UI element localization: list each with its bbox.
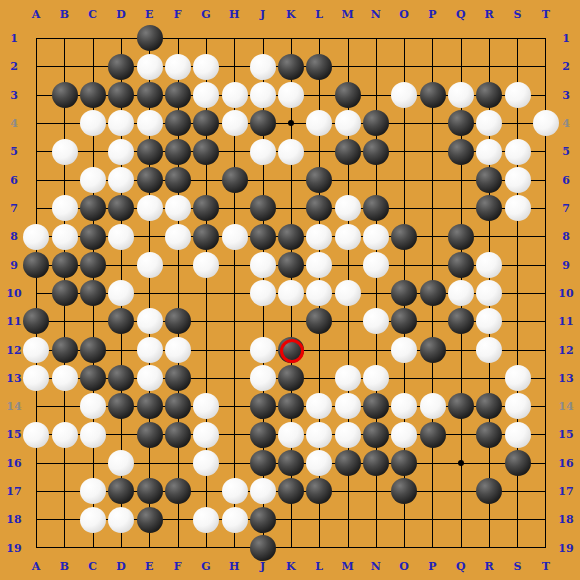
intersection-A16[interactable] [22, 449, 50, 477]
white-stone-R9[interactable] [476, 252, 502, 278]
black-stone-C10[interactable] [80, 280, 106, 306]
intersection-T17[interactable] [532, 477, 560, 505]
white-stone-C4[interactable] [80, 110, 106, 136]
intersection-T7[interactable] [532, 194, 560, 222]
black-stone-F5[interactable] [165, 139, 191, 165]
intersection-N8[interactable] [362, 223, 390, 251]
intersection-O9[interactable] [390, 251, 418, 279]
intersection-J1[interactable] [249, 24, 277, 52]
intersection-P2[interactable] [419, 53, 447, 81]
intersection-E6[interactable] [136, 166, 164, 194]
intersection-D19[interactable] [107, 534, 135, 562]
intersection-G10[interactable] [192, 279, 220, 307]
black-stone-K13[interactable] [278, 365, 304, 391]
intersection-O12[interactable] [390, 336, 418, 364]
intersection-T15[interactable] [532, 421, 560, 449]
black-stone-Q14[interactable] [448, 393, 474, 419]
intersection-O10[interactable] [390, 279, 418, 307]
white-stone-M10[interactable] [335, 280, 361, 306]
intersection-R14[interactable] [475, 392, 503, 420]
white-stone-L8[interactable] [306, 224, 332, 250]
intersection-A14[interactable] [22, 392, 50, 420]
intersection-C11[interactable] [79, 307, 107, 335]
black-stone-Q4[interactable] [448, 110, 474, 136]
black-stone-K2[interactable] [278, 54, 304, 80]
intersection-C4[interactable] [79, 109, 107, 137]
intersection-L10[interactable] [305, 279, 333, 307]
white-stone-C17[interactable] [80, 478, 106, 504]
intersection-R9[interactable] [475, 251, 503, 279]
intersection-T4[interactable] [532, 109, 560, 137]
intersection-F10[interactable] [164, 279, 192, 307]
intersection-P17[interactable] [419, 477, 447, 505]
intersection-S17[interactable] [504, 477, 532, 505]
black-stone-J19[interactable] [250, 535, 276, 561]
white-stone-B13[interactable] [52, 365, 78, 391]
white-stone-D4[interactable] [108, 110, 134, 136]
intersection-Q4[interactable] [447, 109, 475, 137]
intersection-Q17[interactable] [447, 477, 475, 505]
intersection-A1[interactable] [22, 24, 50, 52]
black-stone-C9[interactable] [80, 252, 106, 278]
intersection-N7[interactable] [362, 194, 390, 222]
intersection-J4[interactable] [249, 109, 277, 137]
intersection-R6[interactable] [475, 166, 503, 194]
intersection-A6[interactable] [22, 166, 50, 194]
black-stone-R15[interactable] [476, 422, 502, 448]
intersection-Q19[interactable] [447, 534, 475, 562]
intersection-P11[interactable] [419, 307, 447, 335]
intersection-M17[interactable] [334, 477, 362, 505]
intersection-C2[interactable] [79, 53, 107, 81]
white-stone-M4[interactable] [335, 110, 361, 136]
intersection-P18[interactable] [419, 506, 447, 534]
intersection-S10[interactable] [504, 279, 532, 307]
intersection-J16[interactable] [249, 449, 277, 477]
white-stone-O14[interactable] [391, 393, 417, 419]
white-stone-N9[interactable] [363, 252, 389, 278]
white-stone-M7[interactable] [335, 195, 361, 221]
white-stone-M13[interactable] [335, 365, 361, 391]
intersection-L11[interactable] [305, 307, 333, 335]
intersection-S4[interactable] [504, 109, 532, 137]
intersection-L12[interactable] [305, 336, 333, 364]
intersection-O13[interactable] [390, 364, 418, 392]
black-stone-L2[interactable] [306, 54, 332, 80]
black-stone-M16[interactable] [335, 450, 361, 476]
black-stone-R7[interactable] [476, 195, 502, 221]
intersection-K17[interactable] [277, 477, 305, 505]
intersection-J12[interactable] [249, 336, 277, 364]
intersection-Q14[interactable] [447, 392, 475, 420]
intersection-N14[interactable] [362, 392, 390, 420]
white-stone-E9[interactable] [137, 252, 163, 278]
black-stone-E17[interactable] [137, 478, 163, 504]
black-stone-G5[interactable] [193, 139, 219, 165]
intersection-O14[interactable] [390, 392, 418, 420]
intersection-B18[interactable] [51, 506, 79, 534]
white-stone-R5[interactable] [476, 139, 502, 165]
intersection-M16[interactable] [334, 449, 362, 477]
intersection-H19[interactable] [221, 534, 249, 562]
intersection-D5[interactable] [107, 138, 135, 166]
black-stone-F13[interactable] [165, 365, 191, 391]
white-stone-B8[interactable] [52, 224, 78, 250]
intersection-L4[interactable] [305, 109, 333, 137]
white-stone-D8[interactable] [108, 224, 134, 250]
intersection-Q9[interactable] [447, 251, 475, 279]
white-stone-P14[interactable] [420, 393, 446, 419]
intersection-D14[interactable] [107, 392, 135, 420]
white-stone-L10[interactable] [306, 280, 332, 306]
intersection-Q16[interactable] [447, 449, 475, 477]
intersection-C19[interactable] [79, 534, 107, 562]
intersection-T8[interactable] [532, 223, 560, 251]
intersection-M9[interactable] [334, 251, 362, 279]
white-stone-C15[interactable] [80, 422, 106, 448]
white-stone-F2[interactable] [165, 54, 191, 80]
intersection-C6[interactable] [79, 166, 107, 194]
intersection-G17[interactable] [192, 477, 220, 505]
intersection-K3[interactable] [277, 81, 305, 109]
white-stone-E12[interactable] [137, 337, 163, 363]
white-stone-H17[interactable] [222, 478, 248, 504]
intersection-A9[interactable] [22, 251, 50, 279]
white-stone-K10[interactable] [278, 280, 304, 306]
intersection-L17[interactable] [305, 477, 333, 505]
intersection-J7[interactable] [249, 194, 277, 222]
intersection-D10[interactable] [107, 279, 135, 307]
intersection-H14[interactable] [221, 392, 249, 420]
white-stone-E7[interactable] [137, 195, 163, 221]
intersection-A15[interactable] [22, 421, 50, 449]
intersection-H9[interactable] [221, 251, 249, 279]
go-board[interactable]: AABBCCDDEEFFGGHHJJKKLLMMNNOOPPQQRRSSTT11… [0, 0, 580, 580]
intersection-R3[interactable] [475, 81, 503, 109]
intersection-D1[interactable] [107, 24, 135, 52]
black-stone-F4[interactable] [165, 110, 191, 136]
white-stone-R12[interactable] [476, 337, 502, 363]
white-stone-S13[interactable] [505, 365, 531, 391]
intersection-B16[interactable] [51, 449, 79, 477]
intersection-Q18[interactable] [447, 506, 475, 534]
black-stone-A11[interactable] [23, 308, 49, 334]
white-stone-K5[interactable] [278, 139, 304, 165]
intersection-S16[interactable] [504, 449, 532, 477]
intersection-F11[interactable] [164, 307, 192, 335]
black-stone-E6[interactable] [137, 167, 163, 193]
intersection-H16[interactable] [221, 449, 249, 477]
intersection-K14[interactable] [277, 392, 305, 420]
intersection-J19[interactable] [249, 534, 277, 562]
black-stone-O16[interactable] [391, 450, 417, 476]
intersection-G6[interactable] [192, 166, 220, 194]
intersection-A19[interactable] [22, 534, 50, 562]
intersection-K15[interactable] [277, 421, 305, 449]
intersection-B9[interactable] [51, 251, 79, 279]
intersection-O19[interactable] [390, 534, 418, 562]
black-stone-J7[interactable] [250, 195, 276, 221]
intersection-N15[interactable] [362, 421, 390, 449]
white-stone-G9[interactable] [193, 252, 219, 278]
intersection-K12[interactable] [277, 336, 305, 364]
intersection-O4[interactable] [390, 109, 418, 137]
intersection-P3[interactable] [419, 81, 447, 109]
intersection-C13[interactable] [79, 364, 107, 392]
black-stone-R6[interactable] [476, 167, 502, 193]
white-stone-Q10[interactable] [448, 280, 474, 306]
white-stone-F12[interactable] [165, 337, 191, 363]
intersection-D12[interactable] [107, 336, 135, 364]
black-stone-G7[interactable] [193, 195, 219, 221]
intersection-E3[interactable] [136, 81, 164, 109]
intersection-H5[interactable] [221, 138, 249, 166]
intersection-R17[interactable] [475, 477, 503, 505]
intersection-P7[interactable] [419, 194, 447, 222]
black-stone-N16[interactable] [363, 450, 389, 476]
intersection-K18[interactable] [277, 506, 305, 534]
intersection-R2[interactable] [475, 53, 503, 81]
intersection-A11[interactable] [22, 307, 50, 335]
black-stone-Q11[interactable] [448, 308, 474, 334]
white-stone-S5[interactable] [505, 139, 531, 165]
black-stone-L17[interactable] [306, 478, 332, 504]
intersection-E13[interactable] [136, 364, 164, 392]
intersection-R8[interactable] [475, 223, 503, 251]
white-stone-Q3[interactable] [448, 82, 474, 108]
intersection-B3[interactable] [51, 81, 79, 109]
intersection-A10[interactable] [22, 279, 50, 307]
intersection-Q11[interactable] [447, 307, 475, 335]
intersection-A18[interactable] [22, 506, 50, 534]
intersection-Q10[interactable] [447, 279, 475, 307]
white-stone-H8[interactable] [222, 224, 248, 250]
intersection-R15[interactable] [475, 421, 503, 449]
intersection-F6[interactable] [164, 166, 192, 194]
intersection-G1[interactable] [192, 24, 220, 52]
intersection-N17[interactable] [362, 477, 390, 505]
intersection-J9[interactable] [249, 251, 277, 279]
intersection-D7[interactable] [107, 194, 135, 222]
intersection-Q8[interactable] [447, 223, 475, 251]
intersection-R1[interactable] [475, 24, 503, 52]
intersection-D16[interactable] [107, 449, 135, 477]
white-stone-J13[interactable] [250, 365, 276, 391]
intersection-G3[interactable] [192, 81, 220, 109]
intersection-S1[interactable] [504, 24, 532, 52]
intersection-P9[interactable] [419, 251, 447, 279]
white-stone-L14[interactable] [306, 393, 332, 419]
white-stone-S7[interactable] [505, 195, 531, 221]
intersection-K9[interactable] [277, 251, 305, 279]
intersection-D15[interactable] [107, 421, 135, 449]
intersection-F16[interactable] [164, 449, 192, 477]
intersection-G9[interactable] [192, 251, 220, 279]
black-stone-P3[interactable] [420, 82, 446, 108]
intersection-E18[interactable] [136, 506, 164, 534]
white-stone-C14[interactable] [80, 393, 106, 419]
intersection-T13[interactable] [532, 364, 560, 392]
white-stone-J5[interactable] [250, 139, 276, 165]
intersection-D13[interactable] [107, 364, 135, 392]
black-stone-F11[interactable] [165, 308, 191, 334]
intersection-E2[interactable] [136, 53, 164, 81]
intersection-L18[interactable] [305, 506, 333, 534]
intersection-T14[interactable] [532, 392, 560, 420]
intersection-S2[interactable] [504, 53, 532, 81]
intersection-D8[interactable] [107, 223, 135, 251]
black-stone-C7[interactable] [80, 195, 106, 221]
intersection-C12[interactable] [79, 336, 107, 364]
intersection-G5[interactable] [192, 138, 220, 166]
intersection-N19[interactable] [362, 534, 390, 562]
intersection-D18[interactable] [107, 506, 135, 534]
black-stone-C3[interactable] [80, 82, 106, 108]
intersection-N3[interactable] [362, 81, 390, 109]
intersection-E1[interactable] [136, 24, 164, 52]
white-stone-N8[interactable] [363, 224, 389, 250]
black-stone-J15[interactable] [250, 422, 276, 448]
intersection-M8[interactable] [334, 223, 362, 251]
intersection-H13[interactable] [221, 364, 249, 392]
white-stone-O15[interactable] [391, 422, 417, 448]
black-stone-F3[interactable] [165, 82, 191, 108]
intersection-P13[interactable] [419, 364, 447, 392]
intersection-G18[interactable] [192, 506, 220, 534]
intersection-P16[interactable] [419, 449, 447, 477]
intersection-R12[interactable] [475, 336, 503, 364]
intersection-N4[interactable] [362, 109, 390, 137]
black-stone-E14[interactable] [137, 393, 163, 419]
black-stone-O10[interactable] [391, 280, 417, 306]
intersection-C14[interactable] [79, 392, 107, 420]
intersection-C9[interactable] [79, 251, 107, 279]
white-stone-F8[interactable] [165, 224, 191, 250]
white-stone-G15[interactable] [193, 422, 219, 448]
black-stone-K16[interactable] [278, 450, 304, 476]
intersection-G8[interactable] [192, 223, 220, 251]
intersection-H3[interactable] [221, 81, 249, 109]
white-stone-M8[interactable] [335, 224, 361, 250]
black-stone-E15[interactable] [137, 422, 163, 448]
intersection-D4[interactable] [107, 109, 135, 137]
intersection-F13[interactable] [164, 364, 192, 392]
white-stone-L4[interactable] [306, 110, 332, 136]
intersection-C1[interactable] [79, 24, 107, 52]
black-stone-B3[interactable] [52, 82, 78, 108]
intersection-K8[interactable] [277, 223, 305, 251]
intersection-P14[interactable] [419, 392, 447, 420]
intersection-L5[interactable] [305, 138, 333, 166]
intersection-M14[interactable] [334, 392, 362, 420]
black-stone-O17[interactable] [391, 478, 417, 504]
stone-layer[interactable] [22, 24, 560, 562]
intersection-H2[interactable] [221, 53, 249, 81]
white-stone-R11[interactable] [476, 308, 502, 334]
intersection-L2[interactable] [305, 53, 333, 81]
intersection-D6[interactable] [107, 166, 135, 194]
intersection-E8[interactable] [136, 223, 164, 251]
intersection-E14[interactable] [136, 392, 164, 420]
intersection-L6[interactable] [305, 166, 333, 194]
intersection-R13[interactable] [475, 364, 503, 392]
intersection-P6[interactable] [419, 166, 447, 194]
intersection-K4[interactable] [277, 109, 305, 137]
intersection-P19[interactable] [419, 534, 447, 562]
intersection-M11[interactable] [334, 307, 362, 335]
intersection-L7[interactable] [305, 194, 333, 222]
intersection-D2[interactable] [107, 53, 135, 81]
intersection-E11[interactable] [136, 307, 164, 335]
intersection-F5[interactable] [164, 138, 192, 166]
white-stone-E2[interactable] [137, 54, 163, 80]
intersection-K2[interactable] [277, 53, 305, 81]
intersection-R16[interactable] [475, 449, 503, 477]
intersection-L14[interactable] [305, 392, 333, 420]
intersection-B5[interactable] [51, 138, 79, 166]
intersection-T12[interactable] [532, 336, 560, 364]
white-stone-N13[interactable] [363, 365, 389, 391]
black-stone-F14[interactable] [165, 393, 191, 419]
intersection-D9[interactable] [107, 251, 135, 279]
white-stone-S15[interactable] [505, 422, 531, 448]
intersection-M18[interactable] [334, 506, 362, 534]
intersection-M1[interactable] [334, 24, 362, 52]
intersection-B15[interactable] [51, 421, 79, 449]
intersection-J14[interactable] [249, 392, 277, 420]
intersection-O18[interactable] [390, 506, 418, 534]
intersection-M19[interactable] [334, 534, 362, 562]
black-stone-A9[interactable] [23, 252, 49, 278]
intersection-F19[interactable] [164, 534, 192, 562]
white-stone-C6[interactable] [80, 167, 106, 193]
intersection-E4[interactable] [136, 109, 164, 137]
intersection-S15[interactable] [504, 421, 532, 449]
black-stone-Q9[interactable] [448, 252, 474, 278]
intersection-B13[interactable] [51, 364, 79, 392]
black-stone-C12[interactable] [80, 337, 106, 363]
intersection-K1[interactable] [277, 24, 305, 52]
intersection-J2[interactable] [249, 53, 277, 81]
black-stone-H6[interactable] [222, 167, 248, 193]
white-stone-J17[interactable] [250, 478, 276, 504]
intersection-P8[interactable] [419, 223, 447, 251]
intersection-A13[interactable] [22, 364, 50, 392]
white-stone-J3[interactable] [250, 82, 276, 108]
intersection-B17[interactable] [51, 477, 79, 505]
intersection-N10[interactable] [362, 279, 390, 307]
intersection-Q15[interactable] [447, 421, 475, 449]
black-stone-D2[interactable] [108, 54, 134, 80]
intersection-S3[interactable] [504, 81, 532, 109]
intersection-L3[interactable] [305, 81, 333, 109]
black-stone-J4[interactable] [250, 110, 276, 136]
black-stone-D14[interactable] [108, 393, 134, 419]
black-stone-D13[interactable] [108, 365, 134, 391]
white-stone-H18[interactable] [222, 507, 248, 533]
intersection-P12[interactable] [419, 336, 447, 364]
intersection-R11[interactable] [475, 307, 503, 335]
intersection-H15[interactable] [221, 421, 249, 449]
intersection-G12[interactable] [192, 336, 220, 364]
white-stone-R10[interactable] [476, 280, 502, 306]
intersection-K16[interactable] [277, 449, 305, 477]
white-stone-M15[interactable] [335, 422, 361, 448]
white-stone-D6[interactable] [108, 167, 134, 193]
intersection-T1[interactable] [532, 24, 560, 52]
intersection-F17[interactable] [164, 477, 192, 505]
intersection-K6[interactable] [277, 166, 305, 194]
